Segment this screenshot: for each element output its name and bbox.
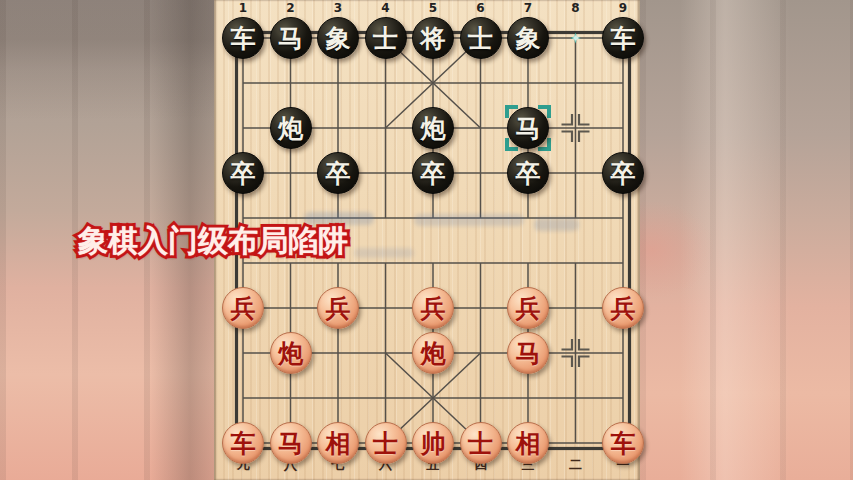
coord-label: 6 [476,1,484,15]
coord-label: 9 [619,1,627,15]
coord-label: 2 [286,1,294,15]
coord-label: 5 [429,1,437,15]
piece-red-rook[interactable]: 车 [602,422,644,464]
piece-red-pawn[interactable]: 兵 [412,287,454,329]
coord-label: 8 [571,1,579,15]
piece-red-pawn[interactable]: 兵 [317,287,359,329]
piece-black-pawn[interactable]: 卒 [507,152,549,194]
piece-black-pawn[interactable]: 卒 [222,152,264,194]
piece-red-elephant[interactable]: 相 [317,422,359,464]
piece-red-horse[interactable]: 马 [270,422,312,464]
piece-red-king[interactable]: 帅 [412,422,454,464]
piece-black-horse[interactable]: 马 [507,107,549,149]
piece-black-pawn[interactable]: 卒 [602,152,644,194]
coord-label: 4 [381,1,389,15]
piece-black-pawn[interactable]: 卒 [317,152,359,194]
piece-red-pawn[interactable]: 兵 [222,287,264,329]
river-watermark [534,218,579,231]
piece-black-king[interactable]: 将 [412,17,454,59]
coord-label: 1 [239,1,247,15]
piece-black-elephant[interactable]: 象 [317,17,359,59]
coord-label: 3 [334,1,342,15]
river-watermark [354,248,414,258]
piece-red-pawn[interactable]: 兵 [602,287,644,329]
piece-red-horse[interactable]: 马 [507,332,549,374]
piece-black-elephant[interactable]: 象 [507,17,549,59]
piece-black-rook[interactable]: 车 [222,17,264,59]
screenshot: 123456789 九八七六五四三二一 车马象士将士象车炮炮马卒卒卒卒卒兵兵兵兵… [0,0,853,480]
piece-red-rook[interactable]: 车 [222,422,264,464]
blurred-background-right [640,0,853,480]
piece-black-advisor[interactable]: 士 [365,17,407,59]
piece-black-horse[interactable]: 马 [270,17,312,59]
piece-red-advisor[interactable]: 士 [460,422,502,464]
coord-label: 二 [569,456,582,474]
piece-red-cannon[interactable]: 炮 [270,332,312,374]
piece-black-cannon[interactable]: 炮 [270,107,312,149]
piece-red-cannon[interactable]: 炮 [412,332,454,374]
caption-text: 象棋入门级布局陷阱 [78,221,348,262]
piece-red-advisor[interactable]: 士 [365,422,407,464]
piece-black-cannon[interactable]: 炮 [412,107,454,149]
piece-red-pawn[interactable]: 兵 [507,287,549,329]
piece-red-elephant[interactable]: 相 [507,422,549,464]
river-watermark [414,214,524,226]
piece-black-rook[interactable]: 车 [602,17,644,59]
piece-black-pawn[interactable]: 卒 [412,152,454,194]
coord-label: 7 [524,1,532,15]
piece-black-advisor[interactable]: 士 [460,17,502,59]
